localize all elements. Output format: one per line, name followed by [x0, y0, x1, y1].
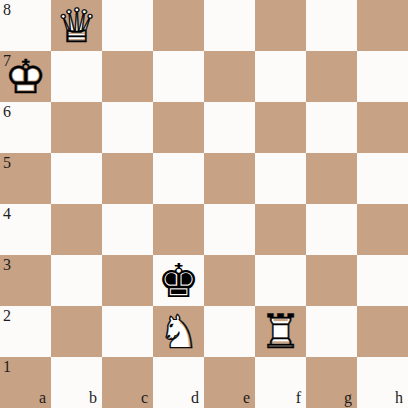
square-d1[interactable]: d: [153, 357, 204, 408]
square-g3[interactable]: [306, 255, 357, 306]
file-label-f: f: [296, 390, 301, 406]
square-g8[interactable]: [306, 0, 357, 51]
white-knight-outline: ♘: [153, 306, 204, 357]
square-e3[interactable]: [204, 255, 255, 306]
square-c3[interactable]: [102, 255, 153, 306]
rank-label-4: 4: [3, 206, 11, 222]
rank-label-2: 2: [3, 308, 11, 324]
square-b5[interactable]: [51, 153, 102, 204]
square-a6[interactable]: 6: [0, 102, 51, 153]
white-knight[interactable]: ♞♘: [153, 306, 204, 357]
file-label-e: e: [243, 390, 250, 406]
square-h1[interactable]: h: [357, 357, 408, 408]
file-label-h: h: [395, 390, 403, 406]
square-g6[interactable]: [306, 102, 357, 153]
square-d4[interactable]: [153, 204, 204, 255]
square-g5[interactable]: [306, 153, 357, 204]
square-f7[interactable]: [255, 51, 306, 102]
square-f1[interactable]: f: [255, 357, 306, 408]
square-a1[interactable]: 1a: [0, 357, 51, 408]
square-a4[interactable]: 4: [0, 204, 51, 255]
square-b1[interactable]: b: [51, 357, 102, 408]
square-d7[interactable]: [153, 51, 204, 102]
file-label-g: g: [344, 390, 352, 406]
square-h8[interactable]: [357, 0, 408, 51]
white-queen-outline: ♕: [51, 0, 102, 51]
white-rook-outline: ♖: [255, 306, 306, 357]
square-g2[interactable]: [306, 306, 357, 357]
square-f5[interactable]: [255, 153, 306, 204]
square-h7[interactable]: [357, 51, 408, 102]
square-a3[interactable]: 3: [0, 255, 51, 306]
square-h3[interactable]: [357, 255, 408, 306]
square-c1[interactable]: c: [102, 357, 153, 408]
white-rook[interactable]: ♜♖: [255, 306, 306, 357]
square-b6[interactable]: [51, 102, 102, 153]
square-a7[interactable]: 7♚♔: [0, 51, 51, 102]
file-label-c: c: [141, 390, 148, 406]
square-h5[interactable]: [357, 153, 408, 204]
square-e8[interactable]: [204, 0, 255, 51]
square-h4[interactable]: [357, 204, 408, 255]
square-c5[interactable]: [102, 153, 153, 204]
rank-label-6: 6: [3, 104, 11, 120]
black-king[interactable]: ♚: [153, 255, 204, 306]
white-king-outline: ♔: [0, 51, 51, 102]
square-b7[interactable]: [51, 51, 102, 102]
rank-label-8: 8: [3, 2, 11, 18]
square-h2[interactable]: [357, 306, 408, 357]
square-c4[interactable]: [102, 204, 153, 255]
square-e6[interactable]: [204, 102, 255, 153]
square-g7[interactable]: [306, 51, 357, 102]
square-f3[interactable]: [255, 255, 306, 306]
square-e1[interactable]: e: [204, 357, 255, 408]
square-c7[interactable]: [102, 51, 153, 102]
square-d5[interactable]: [153, 153, 204, 204]
rank-label-3: 3: [3, 257, 11, 273]
square-b3[interactable]: [51, 255, 102, 306]
square-f4[interactable]: [255, 204, 306, 255]
square-d6[interactable]: [153, 102, 204, 153]
square-f2[interactable]: ♜♖: [255, 306, 306, 357]
white-king[interactable]: ♚♔: [0, 51, 51, 102]
file-label-a: a: [39, 390, 46, 406]
square-c2[interactable]: [102, 306, 153, 357]
square-e5[interactable]: [204, 153, 255, 204]
square-f8[interactable]: [255, 0, 306, 51]
square-g1[interactable]: g: [306, 357, 357, 408]
square-a8[interactable]: 8: [0, 0, 51, 51]
square-e4[interactable]: [204, 204, 255, 255]
square-b2[interactable]: [51, 306, 102, 357]
square-b8[interactable]: ♛♕: [51, 0, 102, 51]
square-d8[interactable]: [153, 0, 204, 51]
square-e7[interactable]: [204, 51, 255, 102]
square-f6[interactable]: [255, 102, 306, 153]
square-d2[interactable]: ♞♘: [153, 306, 204, 357]
square-a5[interactable]: 5: [0, 153, 51, 204]
rank-label-1: 1: [3, 359, 11, 375]
black-king-glyph: ♚: [153, 255, 204, 306]
square-e2[interactable]: [204, 306, 255, 357]
square-a2[interactable]: 2: [0, 306, 51, 357]
chess-board: 8♛♕7♚♔6543♚2♞♘♜♖1abcdefgh: [0, 0, 408, 408]
file-label-d: d: [191, 390, 199, 406]
square-c6[interactable]: [102, 102, 153, 153]
white-queen[interactable]: ♛♕: [51, 0, 102, 51]
square-c8[interactable]: [102, 0, 153, 51]
square-g4[interactable]: [306, 204, 357, 255]
square-d3[interactable]: ♚: [153, 255, 204, 306]
file-label-b: b: [89, 390, 97, 406]
square-b4[interactable]: [51, 204, 102, 255]
square-h6[interactable]: [357, 102, 408, 153]
rank-label-5: 5: [3, 155, 11, 171]
